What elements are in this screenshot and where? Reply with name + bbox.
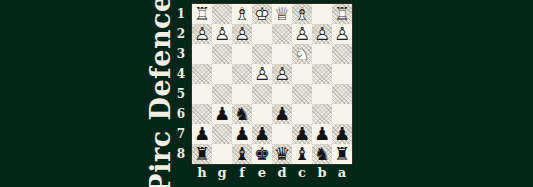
white-pawn: ♟♙ bbox=[252, 64, 272, 84]
square-c6 bbox=[292, 104, 312, 124]
square-h3 bbox=[192, 44, 212, 64]
rank-label: 8 bbox=[174, 144, 188, 164]
square-f8: ♝ bbox=[232, 144, 252, 164]
square-g4 bbox=[212, 64, 232, 84]
square-c2: ♟♙ bbox=[292, 24, 312, 44]
square-b7: ♟ bbox=[312, 124, 332, 144]
square-g8 bbox=[212, 144, 232, 164]
square-d6: ♟ bbox=[272, 104, 292, 124]
square-e7: ♟ bbox=[252, 124, 272, 144]
square-g5 bbox=[212, 84, 232, 104]
square-f4 bbox=[232, 64, 252, 84]
black-rook: ♜ bbox=[332, 144, 352, 164]
square-h2: ♟♙ bbox=[192, 24, 212, 44]
square-h8: ♜ bbox=[192, 144, 212, 164]
opening-title: Pirc Defence bbox=[145, 0, 176, 187]
rank-label: 1 bbox=[174, 4, 188, 24]
square-c5 bbox=[292, 84, 312, 104]
file-label: e bbox=[252, 163, 272, 181]
square-c7: ♟ bbox=[292, 124, 312, 144]
white-knight: ♞♘ bbox=[292, 44, 312, 64]
rank-label: 7 bbox=[174, 124, 188, 144]
file-labels: hgfedcba bbox=[192, 163, 352, 181]
white-pawn: ♟♙ bbox=[232, 24, 252, 44]
black-rook: ♜ bbox=[192, 144, 212, 164]
opening-banner: Pirc Defence 12345678 ♜♖♝♗♚♔♛♕♝♗♜♖♟♙♟♙♟♙… bbox=[0, 0, 533, 187]
black-pawn: ♟ bbox=[292, 124, 312, 144]
square-a4 bbox=[332, 64, 352, 84]
square-e4: ♟♙ bbox=[252, 64, 272, 84]
black-knight: ♞ bbox=[232, 104, 252, 124]
white-pawn: ♟♙ bbox=[212, 24, 232, 44]
square-f6: ♞ bbox=[232, 104, 252, 124]
square-e2 bbox=[252, 24, 272, 44]
square-c8: ♝ bbox=[292, 144, 312, 164]
square-e6 bbox=[252, 104, 272, 124]
rank-label: 5 bbox=[174, 84, 188, 104]
black-pawn: ♟ bbox=[192, 124, 212, 144]
square-b3 bbox=[312, 44, 332, 64]
square-g6: ♟ bbox=[212, 104, 232, 124]
square-a6 bbox=[332, 104, 352, 124]
black-pawn: ♟ bbox=[232, 124, 252, 144]
rank-label: 3 bbox=[174, 44, 188, 64]
file-label: b bbox=[312, 163, 332, 181]
black-pawn: ♟ bbox=[332, 124, 352, 144]
square-f1: ♝♗ bbox=[232, 4, 252, 24]
white-bishop: ♝♗ bbox=[292, 4, 312, 24]
square-g7 bbox=[212, 124, 232, 144]
square-d2 bbox=[272, 24, 292, 44]
black-knight: ♞ bbox=[312, 144, 332, 164]
black-pawn: ♟ bbox=[272, 104, 292, 124]
square-h4 bbox=[192, 64, 212, 84]
rank-label: 2 bbox=[174, 24, 188, 44]
black-bishop: ♝ bbox=[292, 144, 312, 164]
white-bishop: ♝♗ bbox=[232, 4, 252, 24]
square-b1 bbox=[312, 4, 332, 24]
square-h1: ♜♖ bbox=[192, 4, 212, 24]
file-label: d bbox=[272, 163, 292, 181]
square-h5 bbox=[192, 84, 212, 104]
square-e1: ♚♔ bbox=[252, 4, 272, 24]
square-a1: ♜♖ bbox=[332, 4, 352, 24]
black-pawn: ♟ bbox=[312, 124, 332, 144]
square-d8: ♛ bbox=[272, 144, 292, 164]
black-king: ♚ bbox=[252, 144, 272, 164]
white-pawn: ♟♙ bbox=[292, 24, 312, 44]
square-b4 bbox=[312, 64, 332, 84]
white-pawn: ♟♙ bbox=[332, 24, 352, 44]
white-king: ♚♔ bbox=[252, 4, 272, 24]
square-h7: ♟ bbox=[192, 124, 212, 144]
square-e5 bbox=[252, 84, 272, 104]
white-queen: ♛♕ bbox=[272, 4, 292, 24]
black-queen: ♛ bbox=[272, 144, 292, 164]
white-rook: ♜♖ bbox=[192, 4, 212, 24]
file-label: a bbox=[332, 163, 352, 181]
white-pawn: ♟♙ bbox=[312, 24, 332, 44]
square-h6 bbox=[192, 104, 212, 124]
chess-board: ♜♖♝♗♚♔♛♕♝♗♜♖♟♙♟♙♟♙♟♙♟♙♟♙♞♘♟♙♟♙♟♞♟♟♟♟♟♟♟♜… bbox=[191, 3, 353, 165]
square-b8: ♞ bbox=[312, 144, 332, 164]
square-a7: ♟ bbox=[332, 124, 352, 144]
file-label: c bbox=[292, 163, 312, 181]
square-c1: ♝♗ bbox=[292, 4, 312, 24]
square-d4: ♟♙ bbox=[272, 64, 292, 84]
rank-labels: 12345678 bbox=[174, 4, 188, 164]
square-f3 bbox=[232, 44, 252, 64]
square-f5 bbox=[232, 84, 252, 104]
black-pawn: ♟ bbox=[252, 124, 272, 144]
square-a3 bbox=[332, 44, 352, 64]
white-rook: ♜♖ bbox=[332, 4, 352, 24]
rank-label: 6 bbox=[174, 104, 188, 124]
square-a8: ♜ bbox=[332, 144, 352, 164]
square-g2: ♟♙ bbox=[212, 24, 232, 44]
rank-label: 4 bbox=[174, 64, 188, 84]
square-a5 bbox=[332, 84, 352, 104]
file-label: h bbox=[192, 163, 212, 181]
square-b6 bbox=[312, 104, 332, 124]
square-g3 bbox=[212, 44, 232, 64]
square-d1: ♛♕ bbox=[272, 4, 292, 24]
square-d7 bbox=[272, 124, 292, 144]
black-bishop: ♝ bbox=[232, 144, 252, 164]
square-c4 bbox=[292, 64, 312, 84]
square-b5 bbox=[312, 84, 332, 104]
square-g1 bbox=[212, 4, 232, 24]
square-a2: ♟♙ bbox=[332, 24, 352, 44]
file-label: g bbox=[212, 163, 232, 181]
square-d5 bbox=[272, 84, 292, 104]
square-e8: ♚ bbox=[252, 144, 272, 164]
square-b2: ♟♙ bbox=[312, 24, 332, 44]
file-label: f bbox=[232, 163, 252, 181]
square-e3 bbox=[252, 44, 272, 64]
square-f7: ♟ bbox=[232, 124, 252, 144]
black-pawn: ♟ bbox=[212, 104, 232, 124]
square-c3: ♞♘ bbox=[292, 44, 312, 64]
white-pawn: ♟♙ bbox=[192, 24, 212, 44]
white-pawn: ♟♙ bbox=[272, 64, 292, 84]
square-d3 bbox=[272, 44, 292, 64]
square-f2: ♟♙ bbox=[232, 24, 252, 44]
